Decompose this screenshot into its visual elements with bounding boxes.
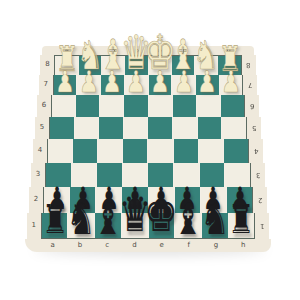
rank-label-cell: 5 xyxy=(35,117,49,140)
file-label-bottom-a: a xyxy=(51,242,55,249)
squares-strip: ♜♞♝♛♚♝♞♜ xyxy=(41,213,256,240)
rank-label-right-6: 6 xyxy=(250,102,254,109)
rank-label-right-8: 8 xyxy=(246,61,250,68)
rank-label-left-7: 7 xyxy=(43,81,47,88)
square-e7: ♟ xyxy=(149,75,172,96)
square-f5 xyxy=(173,117,197,140)
white-pawn-d7: ♟ xyxy=(126,68,146,96)
rank-label-cell: 2 xyxy=(253,187,267,213)
square-a4 xyxy=(48,139,72,163)
square-d7: ♟ xyxy=(125,75,148,96)
rank-label-right-7: 7 xyxy=(248,81,252,88)
rank-label-cell: 6 xyxy=(37,95,51,117)
rank-label-cell: 1 xyxy=(255,213,269,240)
rank-row-1: 1♜♞♝♛♚♝♞♜1 xyxy=(27,213,270,240)
squares-strip xyxy=(49,117,247,140)
rank-label-cell: 3 xyxy=(31,163,45,188)
square-b4 xyxy=(73,139,97,163)
black-rook-h1: ♜ xyxy=(228,201,254,239)
square-c1: ♝ xyxy=(95,213,121,239)
chessboard-mat: abcdefgh8♜♞♝♛♚♝♞♜87♟♟♟♟♟♟♟♟7665544332♟♟♟… xyxy=(24,46,272,252)
square-g7: ♟ xyxy=(196,75,219,96)
rank-label-cell: 3 xyxy=(251,163,265,188)
square-h5 xyxy=(222,117,246,140)
rank-label-cell: 8 xyxy=(40,55,54,75)
square-h1: ♜ xyxy=(229,213,255,239)
rank-label-right-5: 5 xyxy=(252,124,256,131)
rank-label-left-6: 6 xyxy=(42,102,46,109)
black-knight-b1: ♞ xyxy=(67,197,96,239)
square-d5 xyxy=(124,117,148,140)
square-a1: ♜ xyxy=(42,213,68,239)
square-h7: ♟ xyxy=(220,75,243,96)
square-g4 xyxy=(199,139,223,163)
rank-label-left-4: 4 xyxy=(38,147,42,154)
mat-corner xyxy=(240,46,254,55)
square-d4 xyxy=(123,139,147,163)
rank-label-cell: 5 xyxy=(247,117,261,140)
square-e5 xyxy=(148,117,172,140)
mat-corner xyxy=(25,239,39,252)
mat-corner xyxy=(257,239,271,252)
square-c5 xyxy=(99,117,123,140)
rank-label-left-1: 1 xyxy=(32,222,36,229)
rank-label-right-2: 2 xyxy=(258,196,262,203)
rank-label-cell: 6 xyxy=(245,95,259,117)
rank-row-5: 55 xyxy=(35,117,261,140)
white-pawn-h7: ♟ xyxy=(221,68,241,96)
rank-row-4: 44 xyxy=(33,139,263,163)
square-a7: ♟ xyxy=(54,75,77,96)
square-c4 xyxy=(98,139,122,163)
rank-label-cell: 1 xyxy=(27,213,41,240)
black-knight-g1: ♞ xyxy=(200,197,229,239)
rank-label-left-2: 2 xyxy=(34,196,38,203)
square-c7: ♟ xyxy=(101,75,124,96)
rank-label-cell: 7 xyxy=(39,75,53,96)
square-f7: ♟ xyxy=(172,75,195,96)
square-g5 xyxy=(198,117,222,140)
square-f1: ♝ xyxy=(175,213,201,239)
square-b7: ♟ xyxy=(77,75,100,96)
rank-label-cell: 8 xyxy=(242,55,256,75)
square-e1: ♚ xyxy=(149,213,175,239)
black-bishop-f1: ♝ xyxy=(173,197,202,239)
white-pawn-a7: ♟ xyxy=(55,68,75,96)
square-b5 xyxy=(75,117,99,140)
black-rook-a1: ♜ xyxy=(41,201,67,239)
rank-label-right-4: 4 xyxy=(254,147,258,154)
square-a5 xyxy=(50,117,74,140)
product-photo: abcdefgh8♜♞♝♛♚♝♞♜87♟♟♟♟♟♟♟♟7665544332♟♟♟… xyxy=(0,0,300,300)
rank-label-cell: 4 xyxy=(33,139,47,163)
rank-label-right-3: 3 xyxy=(256,171,260,178)
square-f4 xyxy=(174,139,198,163)
square-e4 xyxy=(148,139,172,163)
square-b1: ♞ xyxy=(68,213,94,239)
rank-label-cell: 7 xyxy=(243,75,257,96)
rank-label-cell: 4 xyxy=(249,139,263,163)
rank-label-right-1: 1 xyxy=(260,222,264,229)
white-pawn-e7: ♟ xyxy=(150,68,170,96)
square-h4 xyxy=(224,139,248,163)
rank-label-left-8: 8 xyxy=(45,61,49,68)
squares-strip xyxy=(47,139,249,163)
white-pawn-b7: ♟ xyxy=(79,68,99,96)
white-pawn-f7: ♟ xyxy=(174,68,194,96)
white-pawn-c7: ♟ xyxy=(103,68,123,96)
rank-label-left-5: 5 xyxy=(40,124,44,131)
square-g1: ♞ xyxy=(202,213,228,239)
white-pawn-g7: ♟ xyxy=(197,68,217,96)
file-label-bottom-h: h xyxy=(241,242,245,249)
mat-corner xyxy=(42,46,56,55)
rank-label-left-3: 3 xyxy=(36,171,40,178)
